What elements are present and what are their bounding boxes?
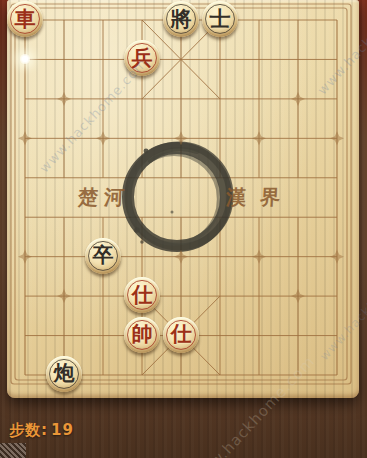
- piece-black-general[interactable]: 將: [163, 1, 199, 37]
- piece-black-advisor[interactable]: 士: [202, 1, 238, 37]
- piece-layer: 車將士兵卒仕帥仕炮: [0, 0, 367, 458]
- piece-glyph: 卒: [85, 238, 121, 274]
- piece-red-chariot[interactable]: 車: [7, 1, 43, 37]
- piece-glyph: 帥: [124, 316, 160, 352]
- piece-glyph: 將: [163, 1, 199, 37]
- piece-red-soldier[interactable]: 兵: [124, 40, 160, 76]
- piece-red-advisor[interactable]: 仕: [124, 277, 160, 313]
- piece-red-general[interactable]: 帥: [124, 316, 160, 352]
- piece-black-cannon[interactable]: 炮: [46, 356, 82, 392]
- piece-glyph: 士: [202, 1, 238, 37]
- piece-glyph: 仕: [163, 316, 199, 352]
- piece-glyph: 兵: [124, 40, 160, 76]
- piece-glyph: 車: [7, 1, 43, 37]
- piece-glyph: 仕: [124, 277, 160, 313]
- piece-glyph: 炮: [46, 356, 82, 392]
- piece-red-advisor-2[interactable]: 仕: [163, 316, 199, 352]
- piece-black-soldier[interactable]: 卒: [85, 238, 121, 274]
- game-screen: 楚河 漢界 車將士兵卒仕帥仕炮 步数:19 www.hackhome.com w…: [0, 0, 367, 458]
- corner-artifact: [0, 443, 26, 458]
